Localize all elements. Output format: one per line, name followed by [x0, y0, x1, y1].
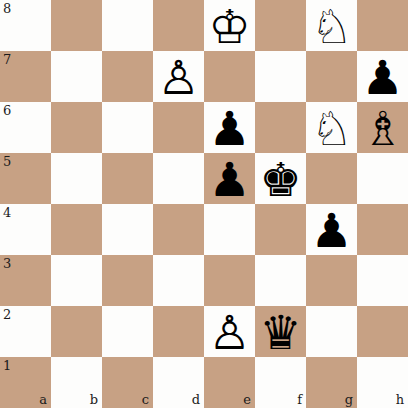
piece-white-knight-g6[interactable]: ♘	[310, 103, 352, 154]
piece-black-queen-f2[interactable]: ♛	[259, 307, 301, 358]
square-e1[interactable]: e	[204, 357, 255, 408]
file-label-e: e	[243, 393, 251, 406]
square-d1[interactable]: d	[153, 357, 204, 408]
square-a7[interactable]: 7	[0, 51, 51, 102]
square-e2[interactable]: ♙	[204, 306, 255, 357]
square-g8[interactable]: ♘	[306, 0, 357, 51]
square-c5[interactable]	[102, 153, 153, 204]
piece-black-king-f5[interactable]: ♚	[259, 154, 301, 205]
piece-black-pawn-g4[interactable]: ♟	[310, 205, 352, 256]
square-a8[interactable]: 8	[0, 0, 51, 51]
square-b2[interactable]	[51, 306, 102, 357]
square-b1[interactable]: b	[51, 357, 102, 408]
square-h5[interactable]	[357, 153, 408, 204]
square-f4[interactable]	[255, 204, 306, 255]
piece-white-pawn-e2[interactable]: ♙	[208, 307, 250, 358]
file-label-a: a	[39, 393, 47, 406]
square-f1[interactable]: f	[255, 357, 306, 408]
square-h6[interactable]: ♗	[357, 102, 408, 153]
square-f5[interactable]: ♚	[255, 153, 306, 204]
piece-black-pawn-e6[interactable]: ♟	[208, 103, 250, 154]
square-f7[interactable]	[255, 51, 306, 102]
square-c7[interactable]	[102, 51, 153, 102]
square-c1[interactable]: c	[102, 357, 153, 408]
file-label-d: d	[192, 393, 200, 406]
square-g7[interactable]	[306, 51, 357, 102]
file-label-b: b	[90, 393, 98, 406]
square-b5[interactable]	[51, 153, 102, 204]
square-a6[interactable]: 6	[0, 102, 51, 153]
square-d2[interactable]	[153, 306, 204, 357]
square-f6[interactable]	[255, 102, 306, 153]
rank-label-1: 1	[3, 359, 11, 372]
rank-label-2: 2	[3, 308, 11, 321]
square-d7[interactable]: ♙	[153, 51, 204, 102]
square-e6[interactable]: ♟	[204, 102, 255, 153]
square-d3[interactable]	[153, 255, 204, 306]
square-d8[interactable]	[153, 0, 204, 51]
piece-black-pawn-e5[interactable]: ♟	[208, 154, 250, 205]
chess-board-wrap: 8♔♘7♙♟6♟♘♗5♟♚4♟32♙♛1abcdefgh	[0, 0, 408, 408]
square-d5[interactable]	[153, 153, 204, 204]
square-e4[interactable]	[204, 204, 255, 255]
square-h1[interactable]: h	[357, 357, 408, 408]
square-a3[interactable]: 3	[0, 255, 51, 306]
square-h8[interactable]	[357, 0, 408, 51]
piece-black-pawn-h7[interactable]: ♟	[361, 52, 403, 103]
square-c6[interactable]	[102, 102, 153, 153]
file-label-c: c	[142, 393, 149, 406]
square-d4[interactable]	[153, 204, 204, 255]
square-c8[interactable]	[102, 0, 153, 51]
file-label-f: f	[297, 393, 302, 406]
square-e8[interactable]: ♔	[204, 0, 255, 51]
square-h7[interactable]: ♟	[357, 51, 408, 102]
square-c4[interactable]	[102, 204, 153, 255]
piece-white-king-e8[interactable]: ♔	[208, 1, 250, 52]
square-a2[interactable]: 2	[0, 306, 51, 357]
rank-label-7: 7	[3, 53, 11, 66]
square-a5[interactable]: 5	[0, 153, 51, 204]
square-f8[interactable]	[255, 0, 306, 51]
piece-white-knight-g8[interactable]: ♘	[310, 1, 352, 52]
square-h4[interactable]	[357, 204, 408, 255]
rank-label-5: 5	[3, 155, 11, 168]
square-f3[interactable]	[255, 255, 306, 306]
square-g6[interactable]: ♘	[306, 102, 357, 153]
square-h3[interactable]	[357, 255, 408, 306]
piece-white-pawn-d7[interactable]: ♙	[157, 52, 199, 103]
square-c2[interactable]	[102, 306, 153, 357]
square-g5[interactable]	[306, 153, 357, 204]
square-g2[interactable]	[306, 306, 357, 357]
square-c3[interactable]	[102, 255, 153, 306]
file-label-g: g	[345, 393, 353, 406]
square-d6[interactable]	[153, 102, 204, 153]
rank-label-3: 3	[3, 257, 11, 270]
square-a1[interactable]: 1a	[0, 357, 51, 408]
square-b4[interactable]	[51, 204, 102, 255]
square-g1[interactable]: g	[306, 357, 357, 408]
rank-label-6: 6	[3, 104, 11, 117]
square-b3[interactable]	[51, 255, 102, 306]
square-f2[interactable]: ♛	[255, 306, 306, 357]
square-a4[interactable]: 4	[0, 204, 51, 255]
square-b7[interactable]	[51, 51, 102, 102]
square-e3[interactable]	[204, 255, 255, 306]
rank-label-8: 8	[3, 2, 11, 15]
piece-white-bishop-h6[interactable]: ♗	[361, 103, 403, 154]
square-b8[interactable]	[51, 0, 102, 51]
chess-board: 8♔♘7♙♟6♟♘♗5♟♚4♟32♙♛1abcdefgh	[0, 0, 408, 408]
square-e7[interactable]	[204, 51, 255, 102]
square-e5[interactable]: ♟	[204, 153, 255, 204]
square-g3[interactable]	[306, 255, 357, 306]
file-label-h: h	[396, 393, 404, 406]
square-g4[interactable]: ♟	[306, 204, 357, 255]
square-h2[interactable]	[357, 306, 408, 357]
square-b6[interactable]	[51, 102, 102, 153]
rank-label-4: 4	[3, 206, 11, 219]
